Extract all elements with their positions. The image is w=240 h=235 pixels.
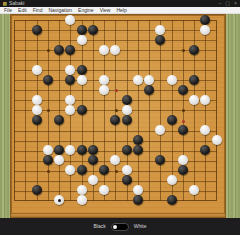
white-stone[interactable] — [99, 185, 109, 195]
white-stone[interactable] — [32, 95, 42, 105]
white-stone[interactable] — [88, 175, 98, 185]
black-stone[interactable] — [200, 15, 210, 25]
white-stone[interactable] — [99, 75, 109, 85]
black-stone[interactable] — [77, 165, 87, 175]
window-title: Sabaki — [9, 1, 217, 6]
black-stone[interactable] — [133, 145, 143, 155]
white-stone[interactable] — [167, 75, 177, 85]
white-stone[interactable] — [54, 195, 64, 205]
menu-navigation[interactable]: Navigation — [48, 8, 72, 13]
black-stone[interactable] — [77, 145, 87, 155]
black-stone[interactable] — [77, 25, 87, 35]
black-stone[interactable] — [144, 85, 154, 95]
black-stone[interactable] — [133, 135, 143, 145]
white-stone[interactable] — [65, 65, 75, 75]
menu-find[interactable]: Find — [33, 8, 43, 13]
menu-file[interactable]: File — [4, 8, 12, 13]
black-stone[interactable] — [122, 115, 132, 125]
white-stone[interactable] — [133, 185, 143, 195]
white-stone[interactable] — [65, 165, 75, 175]
black-stone[interactable] — [178, 165, 188, 175]
black-stone[interactable] — [178, 85, 188, 95]
menu-engine[interactable]: Engine — [78, 8, 94, 13]
bottom-bar: Black White — [0, 218, 240, 235]
white-stone[interactable] — [144, 75, 154, 85]
white-stone[interactable] — [32, 105, 42, 115]
black-stone[interactable] — [32, 185, 42, 195]
white-stone[interactable] — [65, 95, 75, 105]
minimize-button[interactable]: – — [219, 1, 222, 6]
black-stone[interactable] — [189, 75, 199, 85]
black-stone[interactable] — [43, 75, 53, 85]
black-stone[interactable] — [200, 145, 210, 155]
black-stone[interactable] — [54, 145, 64, 155]
title-bar: Sabaki – ▢ × — [0, 0, 240, 7]
black-stone[interactable] — [122, 175, 132, 185]
goban[interactable] — [10, 14, 226, 218]
white-stone[interactable] — [212, 135, 222, 145]
board-grid[interactable] — [8, 15, 222, 206]
white-stone[interactable] — [77, 195, 87, 205]
white-stone[interactable] — [189, 95, 199, 105]
white-stone[interactable] — [178, 155, 188, 165]
white-stone[interactable] — [110, 45, 120, 55]
board-background — [0, 14, 240, 218]
white-stone[interactable] — [77, 75, 87, 85]
menu-edit[interactable]: Edit — [18, 8, 27, 13]
black-stone[interactable] — [99, 165, 109, 175]
white-stone[interactable] — [65, 145, 75, 155]
black-stone[interactable] — [65, 75, 75, 85]
white-stone[interactable] — [65, 105, 75, 115]
white-stone[interactable] — [77, 185, 87, 195]
white-stone[interactable] — [167, 175, 177, 185]
white-stone[interactable] — [189, 185, 199, 195]
black-stone[interactable] — [32, 115, 42, 125]
black-stone[interactable] — [133, 195, 143, 205]
black-stone[interactable] — [167, 115, 177, 125]
black-stone[interactable] — [189, 45, 199, 55]
menu-help[interactable]: Help — [116, 8, 126, 13]
black-stone[interactable] — [65, 45, 75, 55]
sabaki-app-icon — [3, 2, 7, 6]
black-stone[interactable] — [77, 65, 87, 75]
black-stone[interactable] — [32, 25, 42, 35]
black-stone[interactable] — [178, 125, 188, 135]
close-button[interactable]: × — [234, 1, 237, 6]
white-stone[interactable] — [65, 15, 75, 25]
black-stone[interactable] — [155, 155, 165, 165]
black-stone[interactable] — [54, 45, 64, 55]
black-stone[interactable] — [167, 195, 177, 205]
maximize-button[interactable]: ▢ — [225, 1, 230, 6]
black-stone[interactable] — [122, 145, 132, 155]
white-stone[interactable] — [155, 125, 165, 135]
white-player-label: White — [134, 224, 147, 229]
white-stone[interactable] — [200, 125, 210, 135]
black-stone[interactable] — [155, 35, 165, 45]
white-stone[interactable] — [99, 85, 109, 95]
white-stone[interactable] — [54, 155, 64, 165]
black-stone[interactable] — [43, 155, 53, 165]
white-stone[interactable] — [99, 45, 109, 55]
turn-toggle-knob — [113, 225, 117, 229]
black-stone[interactable] — [77, 105, 87, 115]
black-stone[interactable] — [88, 155, 98, 165]
white-stone[interactable] — [155, 25, 165, 35]
white-stone[interactable] — [77, 35, 87, 45]
black-stone[interactable] — [110, 115, 120, 125]
menu-bar: File Edit Find Navigation Engine View He… — [0, 7, 240, 14]
white-stone[interactable] — [133, 75, 143, 85]
black-stone[interactable] — [54, 115, 64, 125]
white-stone[interactable] — [32, 65, 42, 75]
black-player-label: Black — [93, 224, 105, 229]
black-stone[interactable] — [88, 145, 98, 155]
white-stone[interactable] — [122, 165, 132, 175]
white-stone[interactable] — [200, 95, 210, 105]
menu-view[interactable]: View — [100, 8, 111, 13]
black-stone[interactable] — [88, 25, 98, 35]
white-stone[interactable] — [200, 25, 210, 35]
white-stone[interactable] — [110, 155, 120, 165]
white-stone[interactable] — [122, 105, 132, 115]
turn-toggle[interactable] — [111, 223, 129, 231]
white-stone[interactable] — [43, 145, 53, 155]
black-stone[interactable] — [122, 95, 132, 105]
